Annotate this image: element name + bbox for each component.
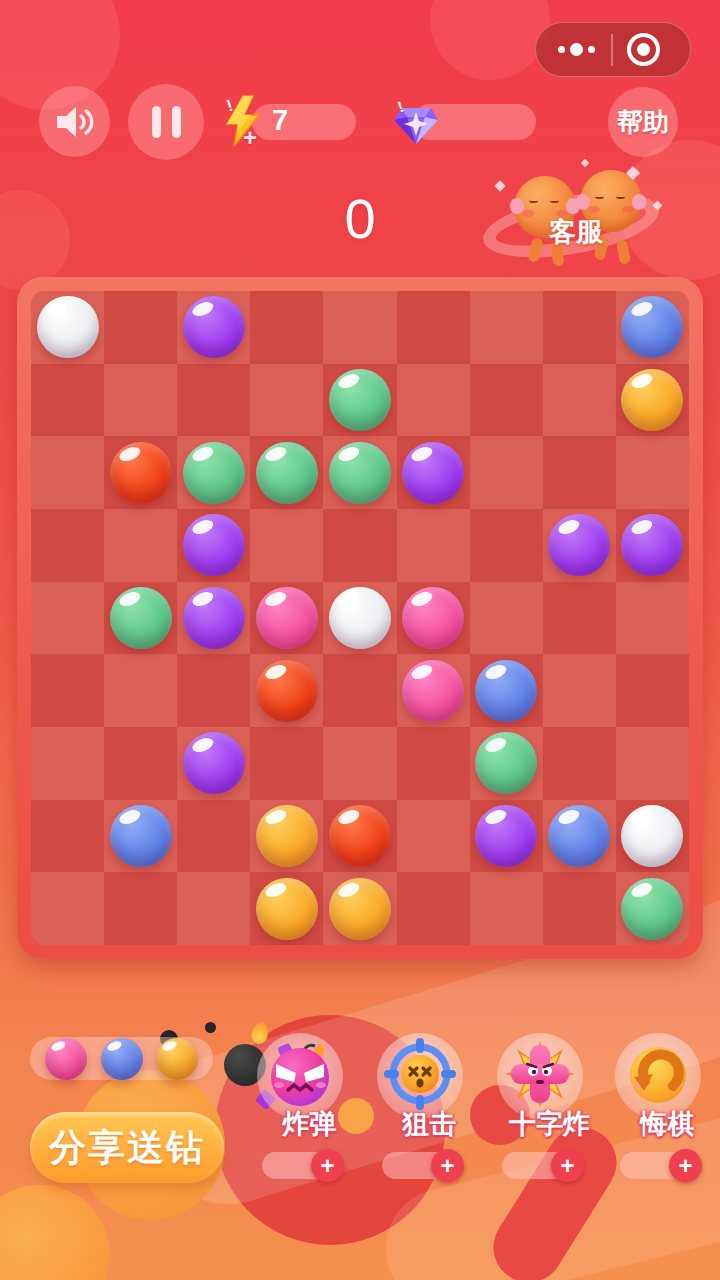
purple-ball[interactable]	[621, 514, 683, 576]
help-label: 帮助	[617, 105, 669, 140]
powerup-label: 悔棋	[603, 1106, 720, 1142]
board-cell[interactable]	[397, 654, 470, 727]
green-ball[interactable]	[183, 442, 245, 504]
powerup-label: 狙击	[365, 1106, 495, 1142]
purple-ball[interactable]	[475, 805, 537, 867]
board-cell[interactable]	[250, 364, 323, 437]
blue-ball[interactable]	[548, 805, 610, 867]
mini-program-capsule	[535, 22, 691, 77]
board-cell[interactable]	[250, 654, 323, 727]
green-ball[interactable]	[329, 369, 391, 431]
board-cell[interactable]	[397, 800, 470, 873]
energy-plus-label: +	[243, 124, 257, 152]
powerup-bomb[interactable]: 炸弹 +	[240, 1028, 360, 1188]
share-for-gems-button[interactable]: 分享送钻	[30, 1112, 224, 1183]
bg-blob-orange	[0, 1185, 110, 1280]
board-cell[interactable]	[616, 364, 689, 437]
board-cell[interactable]	[470, 291, 543, 364]
board-cell[interactable]	[104, 436, 177, 509]
board-cell[interactable]	[31, 800, 104, 873]
board-cell[interactable]	[543, 291, 616, 364]
board-cell[interactable]	[31, 291, 104, 364]
board-cell[interactable]	[470, 872, 543, 945]
powerup-add-pill: +	[620, 1152, 696, 1179]
orange-ball[interactable]	[256, 878, 318, 940]
orange-ball[interactable]	[329, 878, 391, 940]
next-orange-ball	[156, 1038, 198, 1080]
board-cell[interactable]	[543, 436, 616, 509]
board-cell[interactable]	[616, 291, 689, 364]
cross-blast-face-icon	[503, 1037, 577, 1111]
board-cell[interactable]	[543, 800, 616, 873]
board-cell[interactable]	[250, 509, 323, 582]
board-cell[interactable]	[104, 727, 177, 800]
board-cell[interactable]	[323, 509, 396, 582]
board-cell[interactable]	[616, 800, 689, 873]
board-cell[interactable]	[177, 436, 250, 509]
exit-record-button[interactable]	[627, 33, 660, 66]
bomb-face-icon	[263, 1037, 337, 1111]
board-cell[interactable]	[250, 291, 323, 364]
board-cell[interactable]	[323, 654, 396, 727]
board-cell[interactable]	[31, 654, 104, 727]
red-ball[interactable]	[256, 660, 318, 722]
board-cell[interactable]	[543, 509, 616, 582]
board-cell[interactable]	[616, 436, 689, 509]
orange-ball[interactable]	[621, 369, 683, 431]
board-cell[interactable]	[104, 654, 177, 727]
capsule-divider	[611, 34, 613, 66]
next-pink-ball	[45, 1038, 87, 1080]
pause-button[interactable]	[128, 84, 204, 160]
board-cell[interactable]	[31, 727, 104, 800]
add-powerup-button[interactable]: +	[311, 1149, 344, 1182]
pink-ball[interactable]	[256, 587, 318, 649]
board-cell[interactable]	[543, 364, 616, 437]
board-cell[interactable]	[470, 436, 543, 509]
board-cell[interactable]	[397, 509, 470, 582]
board-cell[interactable]	[323, 582, 396, 655]
board-cell[interactable]	[177, 727, 250, 800]
board-cell[interactable]	[616, 654, 689, 727]
powerup-label: 炸弹	[245, 1106, 375, 1142]
sparkle-icon	[494, 180, 505, 191]
board-cell[interactable]	[616, 727, 689, 800]
powerup-undo[interactable]: 悔棋 +	[598, 1028, 718, 1188]
board-cell[interactable]	[177, 364, 250, 437]
green-ball[interactable]	[329, 442, 391, 504]
pause-icon	[152, 106, 161, 138]
board-cell[interactable]	[397, 291, 470, 364]
board-cell[interactable]	[250, 582, 323, 655]
board-cell[interactable]	[31, 436, 104, 509]
board-cell[interactable]	[104, 509, 177, 582]
board-cell[interactable]	[323, 436, 396, 509]
purple-ball[interactable]	[183, 587, 245, 649]
pink-ball[interactable]	[402, 587, 464, 649]
green-ball[interactable]	[621, 878, 683, 940]
green-ball[interactable]	[110, 587, 172, 649]
red-ball[interactable]	[110, 442, 172, 504]
board-cell[interactable]	[177, 582, 250, 655]
board-cell[interactable]	[31, 509, 104, 582]
board-cell[interactable]	[104, 800, 177, 873]
customer-service-label: 客服	[506, 214, 646, 250]
board-cell[interactable]	[250, 872, 323, 945]
share-button-label: 分享送钻	[49, 1123, 205, 1173]
speaker-icon	[55, 105, 95, 139]
add-powerup-button[interactable]: +	[431, 1149, 464, 1182]
board-cell[interactable]	[177, 872, 250, 945]
undo-arrow-face-icon	[621, 1037, 695, 1111]
pink-ball[interactable]	[402, 660, 464, 722]
board-cell[interactable]	[543, 654, 616, 727]
purple-ball[interactable]	[183, 296, 245, 358]
more-menu-button[interactable]	[558, 43, 595, 56]
blue-ball[interactable]	[621, 296, 683, 358]
powerup-add-pill: +	[262, 1152, 338, 1179]
purple-ball[interactable]	[183, 732, 245, 794]
green-ball[interactable]	[256, 442, 318, 504]
powerup-add-pill: +	[502, 1152, 578, 1179]
board-cell[interactable]	[104, 582, 177, 655]
board-cell[interactable]	[397, 364, 470, 437]
energy-meter[interactable]	[252, 104, 356, 140]
add-powerup-button[interactable]: +	[551, 1149, 584, 1182]
white-ball[interactable]	[37, 296, 99, 358]
board-cell[interactable]	[177, 291, 250, 364]
sparkle-icon	[581, 159, 589, 167]
customer-service-button[interactable]: 客服	[478, 158, 678, 273]
board-cell[interactable]	[323, 727, 396, 800]
white-ball[interactable]	[329, 587, 391, 649]
board-cell[interactable]	[250, 800, 323, 873]
add-powerup-button[interactable]: +	[669, 1149, 702, 1182]
board-cell[interactable]	[616, 582, 689, 655]
game-board	[17, 277, 703, 959]
orange-ball[interactable]	[256, 805, 318, 867]
powerup-snipe[interactable]: 狙击 +	[360, 1028, 480, 1188]
board-cell[interactable]	[470, 509, 543, 582]
bg-blob	[430, 0, 550, 80]
board-cell[interactable]	[323, 291, 396, 364]
purple-ball[interactable]	[183, 514, 245, 576]
board-cell[interactable]	[470, 727, 543, 800]
board-cell[interactable]	[470, 582, 543, 655]
board-cell[interactable]	[323, 800, 396, 873]
board-cell[interactable]	[104, 291, 177, 364]
green-ball[interactable]	[475, 732, 537, 794]
board-cell[interactable]	[470, 364, 543, 437]
blue-ball[interactable]	[475, 660, 537, 722]
red-ball[interactable]	[329, 805, 391, 867]
board-cell[interactable]	[543, 582, 616, 655]
board-cell[interactable]	[323, 364, 396, 437]
board-cell[interactable]	[616, 509, 689, 582]
board-cell[interactable]	[470, 800, 543, 873]
board-cell[interactable]	[177, 654, 250, 727]
board-cell[interactable]	[323, 872, 396, 945]
pause-icon	[172, 106, 181, 138]
next-balls-preview	[30, 1037, 213, 1080]
help-button[interactable]: 帮助	[608, 87, 678, 157]
board-cell[interactable]	[397, 872, 470, 945]
board-cell[interactable]	[397, 582, 470, 655]
blue-ball[interactable]	[110, 805, 172, 867]
board-cell[interactable]	[104, 364, 177, 437]
board-cell[interactable]	[543, 727, 616, 800]
board-cell[interactable]	[250, 436, 323, 509]
purple-ball[interactable]	[548, 514, 610, 576]
sound-button[interactable]	[39, 86, 110, 157]
white-ball[interactable]	[621, 805, 683, 867]
powerup-add-pill: +	[382, 1152, 458, 1179]
board-cell[interactable]	[397, 436, 470, 509]
board-cell[interactable]	[177, 800, 250, 873]
board-cell[interactable]	[397, 727, 470, 800]
ellipsis-icon	[558, 46, 565, 53]
board-cell[interactable]	[470, 654, 543, 727]
crosshair-face-icon	[383, 1037, 457, 1111]
energy-count: 7	[272, 104, 288, 137]
record-icon	[637, 43, 650, 56]
ellipsis-icon	[570, 43, 583, 56]
board-cell[interactable]	[250, 727, 323, 800]
board-cell[interactable]	[177, 509, 250, 582]
ellipsis-icon	[588, 46, 595, 53]
board-cell[interactable]	[104, 872, 177, 945]
powerup-label: 十字炸	[485, 1106, 615, 1142]
board-cell[interactable]	[31, 872, 104, 945]
board-cell[interactable]	[616, 872, 689, 945]
board-cell[interactable]	[31, 364, 104, 437]
board-cell[interactable]	[31, 582, 104, 655]
board-cell[interactable]	[543, 872, 616, 945]
powerup-cross-bomb[interactable]: 十字炸 +	[480, 1028, 600, 1188]
purple-ball[interactable]	[402, 442, 464, 504]
board-grid	[31, 291, 689, 945]
bomb-decor	[205, 1022, 216, 1033]
game-screen: ! + 7 ! 帮助 0 客服	[0, 0, 720, 1280]
next-blue-ball	[101, 1038, 143, 1080]
